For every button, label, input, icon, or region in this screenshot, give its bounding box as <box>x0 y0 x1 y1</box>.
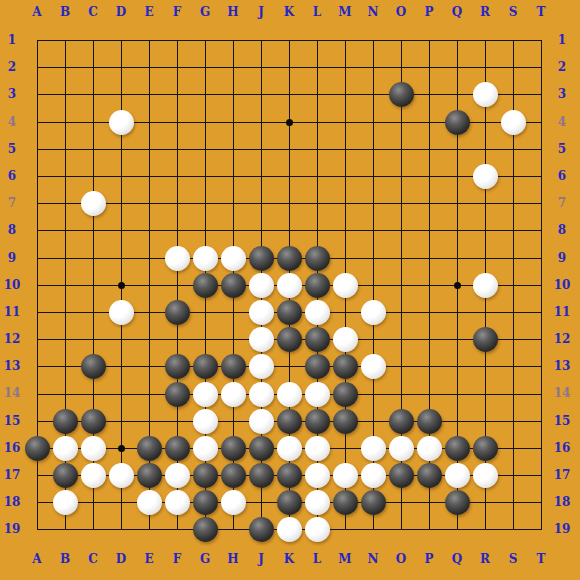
intersection-K6[interactable] <box>275 163 303 190</box>
intersection-R17[interactable] <box>471 462 499 489</box>
intersection-M6[interactable] <box>331 163 359 190</box>
intersection-C7[interactable] <box>79 190 107 217</box>
intersection-T3[interactable] <box>527 81 555 108</box>
intersection-N10[interactable] <box>359 272 387 299</box>
intersection-H1[interactable] <box>219 27 247 54</box>
intersection-R7[interactable] <box>471 190 499 217</box>
intersection-H3[interactable] <box>219 81 247 108</box>
intersection-D11[interactable] <box>107 299 135 326</box>
intersection-N3[interactable] <box>359 81 387 108</box>
intersection-B4[interactable] <box>51 109 79 136</box>
intersection-M19[interactable] <box>331 516 359 543</box>
intersection-L17[interactable] <box>303 462 331 489</box>
intersection-A3[interactable] <box>23 81 51 108</box>
intersection-A17[interactable] <box>23 462 51 489</box>
intersection-S2[interactable] <box>499 54 527 81</box>
intersection-R13[interactable] <box>471 353 499 380</box>
intersection-E5[interactable] <box>135 136 163 163</box>
intersection-A19[interactable] <box>23 516 51 543</box>
intersection-A15[interactable] <box>23 408 51 435</box>
intersection-H11[interactable] <box>219 299 247 326</box>
intersection-J17[interactable] <box>247 462 275 489</box>
intersection-F15[interactable] <box>163 408 191 435</box>
intersection-N13[interactable] <box>359 353 387 380</box>
intersection-D16[interactable] <box>107 435 135 462</box>
intersection-P4[interactable] <box>415 109 443 136</box>
intersection-A8[interactable] <box>23 217 51 244</box>
intersection-G17[interactable] <box>191 462 219 489</box>
intersection-P12[interactable] <box>415 326 443 353</box>
intersection-O14[interactable] <box>387 380 415 407</box>
intersection-K14[interactable] <box>275 380 303 407</box>
intersection-A16[interactable] <box>23 435 51 462</box>
intersection-Q9[interactable] <box>443 245 471 272</box>
intersection-G4[interactable] <box>191 109 219 136</box>
intersection-J1[interactable] <box>247 27 275 54</box>
intersection-R18[interactable] <box>471 489 499 516</box>
intersection-M9[interactable] <box>331 245 359 272</box>
intersection-K3[interactable] <box>275 81 303 108</box>
intersection-N19[interactable] <box>359 516 387 543</box>
intersection-F4[interactable] <box>163 109 191 136</box>
intersection-T14[interactable] <box>527 380 555 407</box>
intersection-P10[interactable] <box>415 272 443 299</box>
intersection-H4[interactable] <box>219 109 247 136</box>
intersection-T2[interactable] <box>527 54 555 81</box>
intersection-S17[interactable] <box>499 462 527 489</box>
intersection-L13[interactable] <box>303 353 331 380</box>
intersection-Q3[interactable] <box>443 81 471 108</box>
intersection-O1[interactable] <box>387 27 415 54</box>
intersection-S18[interactable] <box>499 489 527 516</box>
intersection-A11[interactable] <box>23 299 51 326</box>
intersection-R4[interactable] <box>471 109 499 136</box>
intersection-R10[interactable] <box>471 272 499 299</box>
intersection-N17[interactable] <box>359 462 387 489</box>
intersection-E19[interactable] <box>135 516 163 543</box>
intersection-R6[interactable] <box>471 163 499 190</box>
intersection-F10[interactable] <box>163 272 191 299</box>
intersection-H14[interactable] <box>219 380 247 407</box>
intersection-C19[interactable] <box>79 516 107 543</box>
intersection-K19[interactable] <box>275 516 303 543</box>
intersection-S16[interactable] <box>499 435 527 462</box>
intersection-S7[interactable] <box>499 190 527 217</box>
intersection-F5[interactable] <box>163 136 191 163</box>
intersection-S5[interactable] <box>499 136 527 163</box>
intersection-T17[interactable] <box>527 462 555 489</box>
intersection-P15[interactable] <box>415 408 443 435</box>
intersection-H15[interactable] <box>219 408 247 435</box>
intersection-M17[interactable] <box>331 462 359 489</box>
intersection-C5[interactable] <box>79 136 107 163</box>
intersection-R9[interactable] <box>471 245 499 272</box>
intersection-T6[interactable] <box>527 163 555 190</box>
intersection-M16[interactable] <box>331 435 359 462</box>
intersection-F8[interactable] <box>163 217 191 244</box>
intersection-J14[interactable] <box>247 380 275 407</box>
intersection-J19[interactable] <box>247 516 275 543</box>
intersection-F6[interactable] <box>163 163 191 190</box>
intersection-G2[interactable] <box>191 54 219 81</box>
intersection-C16[interactable] <box>79 435 107 462</box>
intersection-G6[interactable] <box>191 163 219 190</box>
intersection-C15[interactable] <box>79 408 107 435</box>
intersection-P7[interactable] <box>415 190 443 217</box>
intersection-O4[interactable] <box>387 109 415 136</box>
intersection-B7[interactable] <box>51 190 79 217</box>
intersection-J9[interactable] <box>247 245 275 272</box>
intersection-N16[interactable] <box>359 435 387 462</box>
intersection-S11[interactable] <box>499 299 527 326</box>
intersection-D14[interactable] <box>107 380 135 407</box>
intersection-A7[interactable] <box>23 190 51 217</box>
intersection-G19[interactable] <box>191 516 219 543</box>
intersection-A1[interactable] <box>23 27 51 54</box>
intersection-O6[interactable] <box>387 163 415 190</box>
intersection-Q8[interactable] <box>443 217 471 244</box>
intersection-H6[interactable] <box>219 163 247 190</box>
intersection-E16[interactable] <box>135 435 163 462</box>
intersection-E18[interactable] <box>135 489 163 516</box>
intersection-H12[interactable] <box>219 326 247 353</box>
intersection-F2[interactable] <box>163 54 191 81</box>
intersection-E14[interactable] <box>135 380 163 407</box>
intersection-B19[interactable] <box>51 516 79 543</box>
intersection-L10[interactable] <box>303 272 331 299</box>
intersection-S4[interactable] <box>499 109 527 136</box>
intersection-B14[interactable] <box>51 380 79 407</box>
intersection-K16[interactable] <box>275 435 303 462</box>
intersection-T7[interactable] <box>527 190 555 217</box>
intersection-Q4[interactable] <box>443 109 471 136</box>
intersection-F9[interactable] <box>163 245 191 272</box>
intersection-P11[interactable] <box>415 299 443 326</box>
intersection-C3[interactable] <box>79 81 107 108</box>
intersection-A10[interactable] <box>23 272 51 299</box>
intersection-Q19[interactable] <box>443 516 471 543</box>
intersection-B17[interactable] <box>51 462 79 489</box>
intersection-K5[interactable] <box>275 136 303 163</box>
intersection-E6[interactable] <box>135 163 163 190</box>
intersection-O8[interactable] <box>387 217 415 244</box>
intersection-F13[interactable] <box>163 353 191 380</box>
intersection-N7[interactable] <box>359 190 387 217</box>
intersection-M18[interactable] <box>331 489 359 516</box>
intersection-N11[interactable] <box>359 299 387 326</box>
intersection-D19[interactable] <box>107 516 135 543</box>
intersection-J12[interactable] <box>247 326 275 353</box>
intersection-L8[interactable] <box>303 217 331 244</box>
intersection-F17[interactable] <box>163 462 191 489</box>
intersection-S15[interactable] <box>499 408 527 435</box>
intersection-B1[interactable] <box>51 27 79 54</box>
intersection-A4[interactable] <box>23 109 51 136</box>
intersection-A2[interactable] <box>23 54 51 81</box>
intersection-C2[interactable] <box>79 54 107 81</box>
intersection-F11[interactable] <box>163 299 191 326</box>
intersection-F19[interactable] <box>163 516 191 543</box>
intersection-T1[interactable] <box>527 27 555 54</box>
intersection-J15[interactable] <box>247 408 275 435</box>
intersection-P1[interactable] <box>415 27 443 54</box>
intersection-J2[interactable] <box>247 54 275 81</box>
intersection-D3[interactable] <box>107 81 135 108</box>
intersection-B10[interactable] <box>51 272 79 299</box>
intersection-R2[interactable] <box>471 54 499 81</box>
intersection-S3[interactable] <box>499 81 527 108</box>
intersection-Q12[interactable] <box>443 326 471 353</box>
intersection-P13[interactable] <box>415 353 443 380</box>
intersection-E3[interactable] <box>135 81 163 108</box>
intersection-J13[interactable] <box>247 353 275 380</box>
intersection-K17[interactable] <box>275 462 303 489</box>
intersection-O13[interactable] <box>387 353 415 380</box>
intersection-E1[interactable] <box>135 27 163 54</box>
intersection-B3[interactable] <box>51 81 79 108</box>
intersection-K15[interactable] <box>275 408 303 435</box>
intersection-S6[interactable] <box>499 163 527 190</box>
intersection-O18[interactable] <box>387 489 415 516</box>
intersection-K4[interactable] <box>275 109 303 136</box>
intersection-F7[interactable] <box>163 190 191 217</box>
intersection-D8[interactable] <box>107 217 135 244</box>
intersection-D12[interactable] <box>107 326 135 353</box>
intersection-N1[interactable] <box>359 27 387 54</box>
intersection-T11[interactable] <box>527 299 555 326</box>
intersection-Q16[interactable] <box>443 435 471 462</box>
intersection-M2[interactable] <box>331 54 359 81</box>
intersection-D4[interactable] <box>107 109 135 136</box>
intersection-P2[interactable] <box>415 54 443 81</box>
intersection-F1[interactable] <box>163 27 191 54</box>
intersection-S10[interactable] <box>499 272 527 299</box>
intersection-G1[interactable] <box>191 27 219 54</box>
intersection-P17[interactable] <box>415 462 443 489</box>
intersection-A5[interactable] <box>23 136 51 163</box>
intersection-M12[interactable] <box>331 326 359 353</box>
intersection-C4[interactable] <box>79 109 107 136</box>
intersection-L19[interactable] <box>303 516 331 543</box>
intersection-H10[interactable] <box>219 272 247 299</box>
intersection-B13[interactable] <box>51 353 79 380</box>
intersection-M5[interactable] <box>331 136 359 163</box>
intersection-F18[interactable] <box>163 489 191 516</box>
intersection-C1[interactable] <box>79 27 107 54</box>
intersection-J5[interactable] <box>247 136 275 163</box>
intersection-D10[interactable] <box>107 272 135 299</box>
intersection-A13[interactable] <box>23 353 51 380</box>
intersection-L1[interactable] <box>303 27 331 54</box>
intersection-G7[interactable] <box>191 190 219 217</box>
intersection-E9[interactable] <box>135 245 163 272</box>
intersection-N8[interactable] <box>359 217 387 244</box>
intersection-B2[interactable] <box>51 54 79 81</box>
intersection-G8[interactable] <box>191 217 219 244</box>
intersection-L5[interactable] <box>303 136 331 163</box>
intersection-O9[interactable] <box>387 245 415 272</box>
intersection-H5[interactable] <box>219 136 247 163</box>
intersection-H2[interactable] <box>219 54 247 81</box>
intersection-G10[interactable] <box>191 272 219 299</box>
intersection-N9[interactable] <box>359 245 387 272</box>
intersection-E10[interactable] <box>135 272 163 299</box>
intersection-Q5[interactable] <box>443 136 471 163</box>
intersection-S13[interactable] <box>499 353 527 380</box>
intersection-Q11[interactable] <box>443 299 471 326</box>
intersection-L7[interactable] <box>303 190 331 217</box>
intersection-T5[interactable] <box>527 136 555 163</box>
intersection-N15[interactable] <box>359 408 387 435</box>
intersection-B9[interactable] <box>51 245 79 272</box>
intersection-T9[interactable] <box>527 245 555 272</box>
intersection-L2[interactable] <box>303 54 331 81</box>
intersection-R15[interactable] <box>471 408 499 435</box>
intersection-O16[interactable] <box>387 435 415 462</box>
intersection-J6[interactable] <box>247 163 275 190</box>
intersection-G12[interactable] <box>191 326 219 353</box>
intersection-J11[interactable] <box>247 299 275 326</box>
intersection-L12[interactable] <box>303 326 331 353</box>
intersection-P3[interactable] <box>415 81 443 108</box>
intersection-B8[interactable] <box>51 217 79 244</box>
intersection-B12[interactable] <box>51 326 79 353</box>
intersection-L11[interactable] <box>303 299 331 326</box>
intersection-M10[interactable] <box>331 272 359 299</box>
intersection-T4[interactable] <box>527 109 555 136</box>
intersection-L15[interactable] <box>303 408 331 435</box>
intersection-O10[interactable] <box>387 272 415 299</box>
intersection-B5[interactable] <box>51 136 79 163</box>
intersection-O12[interactable] <box>387 326 415 353</box>
intersection-D18[interactable] <box>107 489 135 516</box>
intersection-E2[interactable] <box>135 54 163 81</box>
intersection-O7[interactable] <box>387 190 415 217</box>
intersection-R11[interactable] <box>471 299 499 326</box>
intersection-E11[interactable] <box>135 299 163 326</box>
intersection-A14[interactable] <box>23 380 51 407</box>
intersection-H7[interactable] <box>219 190 247 217</box>
intersection-N5[interactable] <box>359 136 387 163</box>
intersection-E8[interactable] <box>135 217 163 244</box>
intersection-N12[interactable] <box>359 326 387 353</box>
intersection-K9[interactable] <box>275 245 303 272</box>
intersection-P5[interactable] <box>415 136 443 163</box>
intersection-R1[interactable] <box>471 27 499 54</box>
intersection-O11[interactable] <box>387 299 415 326</box>
intersection-O3[interactable] <box>387 81 415 108</box>
intersection-K13[interactable] <box>275 353 303 380</box>
intersection-K8[interactable] <box>275 217 303 244</box>
intersection-S19[interactable] <box>499 516 527 543</box>
intersection-T8[interactable] <box>527 217 555 244</box>
intersection-Q1[interactable] <box>443 27 471 54</box>
intersection-D7[interactable] <box>107 190 135 217</box>
intersection-S1[interactable] <box>499 27 527 54</box>
intersection-H19[interactable] <box>219 516 247 543</box>
intersection-F3[interactable] <box>163 81 191 108</box>
intersection-G18[interactable] <box>191 489 219 516</box>
intersection-P14[interactable] <box>415 380 443 407</box>
intersection-O5[interactable] <box>387 136 415 163</box>
intersection-A9[interactable] <box>23 245 51 272</box>
intersection-C9[interactable] <box>79 245 107 272</box>
intersection-L3[interactable] <box>303 81 331 108</box>
intersection-E17[interactable] <box>135 462 163 489</box>
intersection-G3[interactable] <box>191 81 219 108</box>
intersection-P19[interactable] <box>415 516 443 543</box>
intersection-G9[interactable] <box>191 245 219 272</box>
intersection-S14[interactable] <box>499 380 527 407</box>
intersection-D9[interactable] <box>107 245 135 272</box>
intersection-J16[interactable] <box>247 435 275 462</box>
intersection-R12[interactable] <box>471 326 499 353</box>
intersection-F14[interactable] <box>163 380 191 407</box>
intersection-K12[interactable] <box>275 326 303 353</box>
intersection-E13[interactable] <box>135 353 163 380</box>
intersection-C8[interactable] <box>79 217 107 244</box>
intersection-Q7[interactable] <box>443 190 471 217</box>
intersection-N18[interactable] <box>359 489 387 516</box>
intersection-D13[interactable] <box>107 353 135 380</box>
intersection-J18[interactable] <box>247 489 275 516</box>
intersection-B6[interactable] <box>51 163 79 190</box>
intersection-L14[interactable] <box>303 380 331 407</box>
intersection-R16[interactable] <box>471 435 499 462</box>
intersection-H8[interactable] <box>219 217 247 244</box>
intersection-G14[interactable] <box>191 380 219 407</box>
intersection-L16[interactable] <box>303 435 331 462</box>
intersection-L6[interactable] <box>303 163 331 190</box>
intersection-T18[interactable] <box>527 489 555 516</box>
intersection-J10[interactable] <box>247 272 275 299</box>
intersection-K2[interactable] <box>275 54 303 81</box>
intersection-B18[interactable] <box>51 489 79 516</box>
intersection-M13[interactable] <box>331 353 359 380</box>
intersection-L4[interactable] <box>303 109 331 136</box>
intersection-C18[interactable] <box>79 489 107 516</box>
intersection-C13[interactable] <box>79 353 107 380</box>
intersection-E4[interactable] <box>135 109 163 136</box>
intersection-D2[interactable] <box>107 54 135 81</box>
intersection-Q10[interactable] <box>443 272 471 299</box>
intersection-E15[interactable] <box>135 408 163 435</box>
intersection-M8[interactable] <box>331 217 359 244</box>
intersection-Q18[interactable] <box>443 489 471 516</box>
intersection-R19[interactable] <box>471 516 499 543</box>
intersection-T16[interactable] <box>527 435 555 462</box>
intersection-P8[interactable] <box>415 217 443 244</box>
intersection-K11[interactable] <box>275 299 303 326</box>
intersection-J7[interactable] <box>247 190 275 217</box>
intersection-P6[interactable] <box>415 163 443 190</box>
intersection-H16[interactable] <box>219 435 247 462</box>
intersection-C12[interactable] <box>79 326 107 353</box>
intersection-G16[interactable] <box>191 435 219 462</box>
intersection-Q13[interactable] <box>443 353 471 380</box>
intersection-Q6[interactable] <box>443 163 471 190</box>
intersection-T15[interactable] <box>527 408 555 435</box>
intersection-N4[interactable] <box>359 109 387 136</box>
intersection-J3[interactable] <box>247 81 275 108</box>
intersection-E12[interactable] <box>135 326 163 353</box>
intersection-O17[interactable] <box>387 462 415 489</box>
intersection-G11[interactable] <box>191 299 219 326</box>
intersection-Q15[interactable] <box>443 408 471 435</box>
intersection-T10[interactable] <box>527 272 555 299</box>
intersection-D5[interactable] <box>107 136 135 163</box>
intersection-M14[interactable] <box>331 380 359 407</box>
